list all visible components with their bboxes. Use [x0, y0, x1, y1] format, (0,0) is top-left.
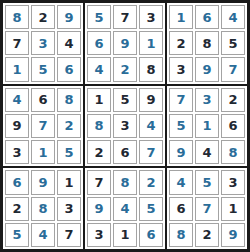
cell-value: 3 [64, 202, 73, 215]
cell-r3c4[interactable]: 4 [87, 57, 111, 81]
cell-value: 9 [38, 176, 47, 189]
cell-r4c3[interactable]: 8 [57, 88, 81, 112]
cell-r3c7[interactable]: 3 [169, 57, 193, 81]
cell-r4c1[interactable]: 4 [5, 88, 29, 112]
cell-r5c3[interactable]: 2 [57, 114, 81, 138]
cell-r3c6[interactable]: 8 [139, 57, 163, 81]
cell-r8c6[interactable]: 5 [139, 197, 163, 221]
cell-r6c6[interactable]: 7 [139, 140, 163, 164]
cell-value: 7 [12, 37, 21, 50]
cell-value: 6 [120, 146, 129, 159]
cell-value: 5 [146, 202, 155, 215]
cell-r1c5[interactable]: 7 [113, 5, 137, 29]
cell-r7c5[interactable]: 8 [113, 170, 137, 194]
cell-value: 1 [146, 37, 155, 50]
cell-r9c2[interactable]: 4 [31, 223, 55, 247]
cell-r6c4[interactable]: 2 [87, 140, 111, 164]
sudoku-box-5: 159834267 [84, 85, 166, 168]
cell-value: 8 [64, 93, 73, 106]
cell-value: 6 [146, 228, 155, 241]
sudoku-box-8: 782945316 [84, 167, 166, 250]
cell-r2c3[interactable]: 4 [57, 31, 81, 55]
cell-value: 4 [146, 119, 155, 132]
sudoku-box-2: 573691428 [84, 2, 166, 85]
cell-r6c1[interactable]: 3 [5, 140, 29, 164]
cell-value: 2 [202, 228, 211, 241]
cell-r8c5[interactable]: 4 [113, 197, 137, 221]
cell-r9c5[interactable]: 1 [113, 223, 137, 247]
cell-value: 3 [176, 63, 185, 76]
cell-r5c9[interactable]: 6 [221, 114, 245, 138]
cell-r4c2[interactable]: 6 [31, 88, 55, 112]
cell-r5c4[interactable]: 8 [87, 114, 111, 138]
cell-value: 2 [228, 93, 237, 106]
cell-r9c9[interactable]: 9 [221, 223, 245, 247]
cell-r7c3[interactable]: 1 [57, 170, 81, 194]
cell-value: 1 [120, 228, 129, 241]
cell-value: 2 [12, 202, 21, 215]
cell-value: 1 [228, 202, 237, 215]
cell-value: 5 [120, 93, 129, 106]
cell-value: 1 [94, 93, 103, 106]
cell-r1c3[interactable]: 9 [57, 5, 81, 29]
cell-r4c9[interactable]: 2 [221, 88, 245, 112]
cell-value: 2 [64, 119, 73, 132]
cell-r9c1[interactable]: 5 [5, 223, 29, 247]
cell-r5c8[interactable]: 1 [195, 114, 219, 138]
cell-value: 2 [94, 146, 103, 159]
cell-value: 9 [146, 93, 155, 106]
cell-r7c6[interactable]: 2 [139, 170, 163, 194]
cell-value: 5 [202, 176, 211, 189]
cell-r3c5[interactable]: 2 [113, 57, 137, 81]
cell-r2c8[interactable]: 8 [195, 31, 219, 55]
cell-value: 3 [228, 176, 237, 189]
cell-r1c8[interactable]: 6 [195, 5, 219, 29]
cell-r5c5[interactable]: 3 [113, 114, 137, 138]
cell-r4c6[interactable]: 9 [139, 88, 163, 112]
cell-r9c4[interactable]: 3 [87, 223, 111, 247]
cell-r1c6[interactable]: 3 [139, 5, 163, 29]
cell-r3c3[interactable]: 6 [57, 57, 81, 81]
cell-r4c8[interactable]: 3 [195, 88, 219, 112]
cell-value: 7 [64, 228, 73, 241]
cell-r3c1[interactable]: 1 [5, 57, 29, 81]
cell-value: 3 [120, 119, 129, 132]
cell-r2c9[interactable]: 5 [221, 31, 245, 55]
cell-r2c4[interactable]: 6 [87, 31, 111, 55]
cell-value: 8 [38, 202, 47, 215]
cell-value: 9 [12, 119, 21, 132]
cell-value: 6 [202, 11, 211, 24]
cell-value: 5 [94, 11, 103, 24]
cell-r9c6[interactable]: 6 [139, 223, 163, 247]
cell-r7c9[interactable]: 3 [221, 170, 245, 194]
cell-r6c3[interactable]: 5 [57, 140, 81, 164]
cell-value: 4 [120, 202, 129, 215]
cell-value: 1 [38, 146, 47, 159]
cell-r8c3[interactable]: 3 [57, 197, 81, 221]
sudoku-box-9: 453671829 [166, 167, 248, 250]
cell-value: 4 [94, 63, 103, 76]
cell-r2c6[interactable]: 1 [139, 31, 163, 55]
cell-value: 5 [38, 63, 47, 76]
cell-r8c8[interactable]: 7 [195, 197, 219, 221]
cell-value: 9 [228, 228, 237, 241]
cell-r1c4[interactable]: 5 [87, 5, 111, 29]
cell-r1c7[interactable]: 1 [169, 5, 193, 29]
cell-r8c4[interactable]: 9 [87, 197, 111, 221]
cell-value: 7 [146, 146, 155, 159]
cell-value: 7 [202, 202, 211, 215]
sudoku-box-3: 164285397 [166, 2, 248, 85]
cell-value: 6 [176, 202, 185, 215]
cell-r7c7[interactable]: 4 [169, 170, 193, 194]
cell-r2c5[interactable]: 9 [113, 31, 137, 55]
cell-r4c5[interactable]: 5 [113, 88, 137, 112]
cell-value: 9 [202, 63, 211, 76]
cell-value: 6 [94, 37, 103, 50]
cell-value: 9 [94, 202, 103, 215]
cell-r6c8[interactable]: 4 [195, 140, 219, 164]
cell-value: 5 [64, 146, 73, 159]
sudoku-board: 8297341565736914281642853974689723151598… [0, 0, 250, 252]
cell-value: 3 [146, 11, 155, 24]
cell-r5c2[interactable]: 7 [31, 114, 55, 138]
cell-value: 8 [202, 37, 211, 50]
cell-r8c2[interactable]: 8 [31, 197, 55, 221]
cell-value: 4 [38, 228, 47, 241]
cell-r8c9[interactable]: 1 [221, 197, 245, 221]
cell-value: 1 [12, 63, 21, 76]
sudoku-box-1: 829734156 [2, 2, 84, 85]
cell-r9c3[interactable]: 7 [57, 223, 81, 247]
cell-value: 2 [120, 63, 129, 76]
cell-value: 1 [176, 11, 185, 24]
cell-value: 6 [38, 93, 47, 106]
cell-value: 7 [176, 93, 185, 106]
cell-r6c7[interactable]: 9 [169, 140, 193, 164]
cell-value: 6 [12, 176, 21, 189]
cell-r9c8[interactable]: 2 [195, 223, 219, 247]
cell-value: 3 [94, 228, 103, 241]
cell-value: 1 [202, 119, 211, 132]
cell-value: 9 [176, 146, 185, 159]
cell-r9c7[interactable]: 8 [169, 223, 193, 247]
cell-value: 8 [176, 228, 185, 241]
cell-value: 6 [228, 119, 237, 132]
cell-r2c7[interactable]: 2 [169, 31, 193, 55]
cell-r7c4[interactable]: 7 [87, 170, 111, 194]
cell-value: 7 [94, 176, 103, 189]
cell-r2c1[interactable]: 7 [5, 31, 29, 55]
cell-r1c9[interactable]: 4 [221, 5, 245, 29]
cell-value: 3 [12, 146, 21, 159]
cell-r2c2[interactable]: 3 [31, 31, 55, 55]
cell-value: 3 [202, 93, 211, 106]
cell-r4c7[interactable]: 7 [169, 88, 193, 112]
cell-value: 5 [12, 228, 21, 241]
sudoku-box-4: 468972315 [2, 85, 84, 168]
sudoku-box-6: 732516948 [166, 85, 248, 168]
cell-r3c8[interactable]: 9 [195, 57, 219, 81]
cell-r8c7[interactable]: 6 [169, 197, 193, 221]
cell-r6c9[interactable]: 8 [221, 140, 245, 164]
cell-value: 2 [146, 176, 155, 189]
cell-value: 2 [38, 11, 47, 24]
cell-value: 8 [146, 63, 155, 76]
cell-value: 5 [228, 37, 237, 50]
cell-r3c2[interactable]: 5 [31, 57, 55, 81]
cell-r7c8[interactable]: 5 [195, 170, 219, 194]
cell-r7c2[interactable]: 9 [31, 170, 55, 194]
cell-value: 4 [202, 146, 211, 159]
cell-r8c1[interactable]: 2 [5, 197, 29, 221]
sudoku-box-7: 691283547 [2, 167, 84, 250]
cell-value: 9 [120, 37, 129, 50]
cell-value: 8 [94, 119, 103, 132]
cell-r5c7[interactable]: 5 [169, 114, 193, 138]
cell-r3c9[interactable]: 7 [221, 57, 245, 81]
cell-value: 8 [228, 146, 237, 159]
cell-value: 7 [228, 63, 237, 76]
cell-r1c1[interactable]: 8 [5, 5, 29, 29]
cell-value: 2 [176, 37, 185, 50]
cell-r5c6[interactable]: 4 [139, 114, 163, 138]
cell-value: 8 [12, 11, 21, 24]
cell-r5c1[interactable]: 9 [5, 114, 29, 138]
cell-value: 4 [228, 11, 237, 24]
cell-value: 8 [120, 176, 129, 189]
cell-r1c2[interactable]: 2 [31, 5, 55, 29]
cell-r4c4[interactable]: 1 [87, 88, 111, 112]
cell-value: 7 [120, 11, 129, 24]
cell-value: 1 [64, 176, 73, 189]
cell-value: 5 [176, 119, 185, 132]
cell-r6c2[interactable]: 1 [31, 140, 55, 164]
cell-value: 4 [64, 37, 73, 50]
cell-value: 7 [38, 119, 47, 132]
cell-r7c1[interactable]: 6 [5, 170, 29, 194]
cell-r6c5[interactable]: 6 [113, 140, 137, 164]
cell-value: 4 [176, 176, 185, 189]
cell-value: 9 [64, 11, 73, 24]
cell-value: 6 [64, 63, 73, 76]
cell-value: 3 [38, 37, 47, 50]
cell-value: 4 [12, 93, 21, 106]
